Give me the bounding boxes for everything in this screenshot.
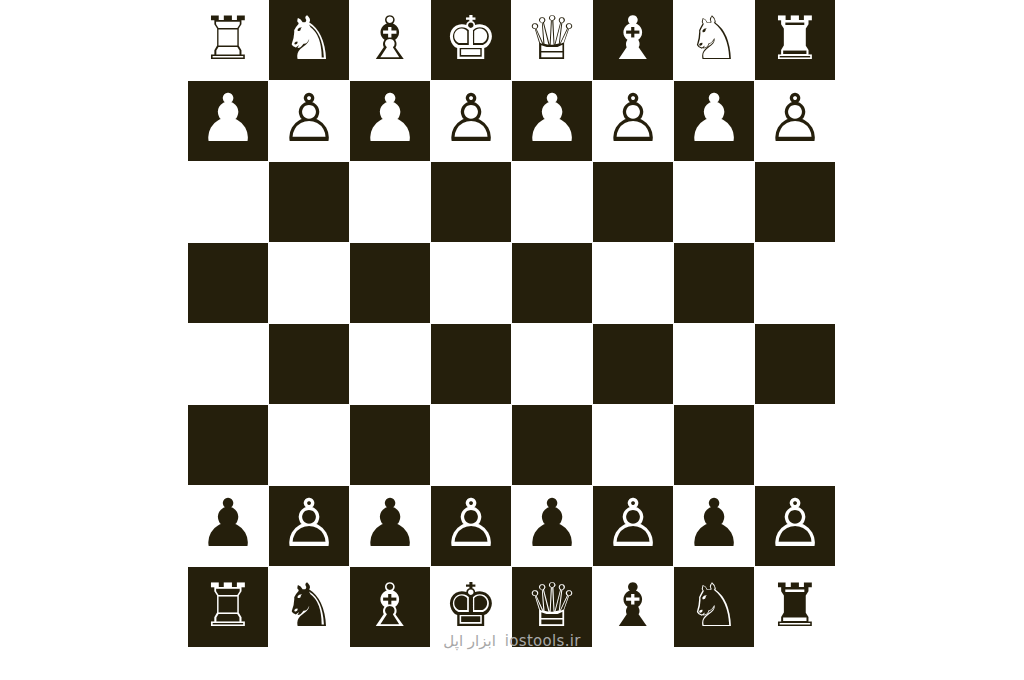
square-b6[interactable]	[269, 162, 349, 242]
square-e7[interactable]: ♟	[512, 81, 592, 161]
piece-black-bishop-icon: ♝	[606, 575, 660, 635]
watermark-persian-text: ابزار اپل	[443, 632, 496, 650]
square-g2[interactable]: ♟	[674, 486, 754, 566]
piece-black-pawn-icon: ♟	[522, 491, 581, 557]
square-f3[interactable]	[593, 405, 673, 485]
piece-white-bishop-icon: ♝	[606, 8, 660, 68]
square-h7[interactable]: ♙	[755, 81, 835, 161]
piece-white-knight-icon: ♞	[282, 8, 336, 68]
piece-black-rook-icon: ♜	[768, 575, 822, 635]
square-g4[interactable]	[674, 324, 754, 404]
piece-black-pawn-icon: ♙	[279, 491, 338, 557]
piece-white-bishop-icon: ♗	[363, 8, 417, 68]
square-c2[interactable]: ♟	[350, 486, 430, 566]
piece-white-queen-icon: ♕	[525, 8, 579, 68]
square-g8[interactable]: ♘	[674, 0, 754, 80]
square-a2[interactable]: ♟	[188, 486, 268, 566]
square-c8[interactable]: ♗	[350, 0, 430, 80]
square-a8[interactable]: ♖	[188, 0, 268, 80]
square-f4[interactable]	[593, 324, 673, 404]
piece-black-rook-icon: ♖	[201, 575, 255, 635]
piece-white-pawn-icon: ♙	[441, 86, 500, 152]
square-e3[interactable]	[512, 405, 592, 485]
piece-black-bishop-icon: ♗	[363, 575, 417, 635]
square-e6[interactable]	[512, 162, 592, 242]
piece-white-knight-icon: ♘	[687, 8, 741, 68]
square-b4[interactable]	[269, 324, 349, 404]
piece-white-pawn-icon: ♙	[765, 86, 824, 152]
square-e5[interactable]	[512, 243, 592, 323]
square-h4[interactable]	[755, 324, 835, 404]
square-e4[interactable]	[512, 324, 592, 404]
square-g5[interactable]	[674, 243, 754, 323]
canvas: ♖♞♗♚♕♝♘♜♟♙♟♙♟♙♟♙♟♙♟♙♟♙♟♙♖♞♗♚♕♝♘♜ ابزار ا…	[0, 0, 1024, 680]
square-b3[interactable]	[269, 405, 349, 485]
square-g6[interactable]	[674, 162, 754, 242]
piece-white-pawn-icon: ♟	[522, 86, 581, 152]
square-h8[interactable]: ♜	[755, 0, 835, 80]
piece-black-pawn-icon: ♙	[441, 491, 500, 557]
piece-black-pawn-icon: ♟	[684, 491, 743, 557]
square-b2[interactable]: ♙	[269, 486, 349, 566]
square-c6[interactable]	[350, 162, 430, 242]
square-f2[interactable]: ♙	[593, 486, 673, 566]
square-d7[interactable]: ♙	[431, 81, 511, 161]
square-a5[interactable]	[188, 243, 268, 323]
square-b8[interactable]: ♞	[269, 0, 349, 80]
square-b7[interactable]: ♙	[269, 81, 349, 161]
watermark: ابزار اپلiostools.ir	[0, 632, 1024, 650]
piece-black-king-icon: ♚	[444, 575, 498, 635]
piece-white-pawn-icon: ♟	[198, 86, 257, 152]
square-g7[interactable]: ♟	[674, 81, 754, 161]
square-c7[interactable]: ♟	[350, 81, 430, 161]
square-e2[interactable]: ♟	[512, 486, 592, 566]
piece-black-queen-icon: ♕	[525, 575, 579, 635]
square-h3[interactable]	[755, 405, 835, 485]
piece-black-knight-icon: ♞	[282, 575, 336, 635]
square-d4[interactable]	[431, 324, 511, 404]
piece-black-pawn-icon: ♙	[765, 491, 824, 557]
square-e8[interactable]: ♕	[512, 0, 592, 80]
piece-black-knight-icon: ♘	[687, 575, 741, 635]
piece-black-pawn-icon: ♟	[198, 491, 257, 557]
piece-white-pawn-icon: ♙	[279, 86, 338, 152]
square-d8[interactable]: ♚	[431, 0, 511, 80]
square-h6[interactable]	[755, 162, 835, 242]
square-c3[interactable]	[350, 405, 430, 485]
piece-black-pawn-icon: ♟	[360, 491, 419, 557]
piece-white-pawn-icon: ♙	[603, 86, 662, 152]
square-f7[interactable]: ♙	[593, 81, 673, 161]
piece-black-pawn-icon: ♙	[603, 491, 662, 557]
square-c4[interactable]	[350, 324, 430, 404]
square-h5[interactable]	[755, 243, 835, 323]
square-b5[interactable]	[269, 243, 349, 323]
piece-white-pawn-icon: ♟	[684, 86, 743, 152]
square-h2[interactable]: ♙	[755, 486, 835, 566]
square-a4[interactable]	[188, 324, 268, 404]
square-d6[interactable]	[431, 162, 511, 242]
chess-board: ♖♞♗♚♕♝♘♜♟♙♟♙♟♙♟♙♟♙♟♙♟♙♟♙♖♞♗♚♕♝♘♜	[188, 0, 835, 647]
square-g3[interactable]	[674, 405, 754, 485]
piece-white-king-icon: ♚	[444, 8, 498, 68]
square-c5[interactable]	[350, 243, 430, 323]
square-a6[interactable]	[188, 162, 268, 242]
square-d3[interactable]	[431, 405, 511, 485]
square-d2[interactable]: ♙	[431, 486, 511, 566]
piece-white-rook-icon: ♖	[201, 8, 255, 68]
square-f8[interactable]: ♝	[593, 0, 673, 80]
square-a3[interactable]	[188, 405, 268, 485]
square-f6[interactable]	[593, 162, 673, 242]
piece-white-rook-icon: ♜	[768, 8, 822, 68]
watermark-site-text: iostools.ir	[505, 632, 581, 650]
square-d5[interactable]	[431, 243, 511, 323]
piece-white-pawn-icon: ♟	[360, 86, 419, 152]
square-f5[interactable]	[593, 243, 673, 323]
square-a7[interactable]: ♟	[188, 81, 268, 161]
